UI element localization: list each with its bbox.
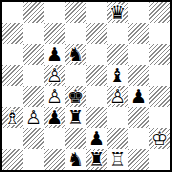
square-a3[interactable]: ♝♗ <box>2 107 23 128</box>
white-rook-f1[interactable]: ♜♖ <box>107 149 128 170</box>
square-h3[interactable] <box>149 107 170 128</box>
square-g1[interactable] <box>128 149 149 170</box>
square-g4[interactable]: ♟ <box>128 86 149 107</box>
square-e5[interactable] <box>86 65 107 86</box>
square-f2[interactable] <box>107 128 128 149</box>
white-bishop-outline-glyph: ♗ <box>2 107 23 128</box>
square-g5[interactable] <box>128 65 149 86</box>
square-a4[interactable] <box>2 86 23 107</box>
square-g3[interactable] <box>128 107 149 128</box>
square-b2[interactable] <box>23 128 44 149</box>
square-c2[interactable] <box>44 128 65 149</box>
square-c3[interactable]: ♟ <box>44 107 65 128</box>
square-d4[interactable]: ♚ <box>65 86 86 107</box>
square-h6[interactable] <box>149 44 170 65</box>
black-bishop-glyph: ♝ <box>107 65 128 86</box>
square-c7[interactable] <box>44 23 65 44</box>
black-rook-e1[interactable]: ♜ <box>86 149 107 170</box>
black-rook-glyph: ♜ <box>65 107 86 128</box>
chess-board-frame: ♛♟♞♟♙♝♟♙♚♟♙♟♝♗♟♙♟♜♟♚♔♞♜♜♖ <box>0 0 172 172</box>
square-f5[interactable]: ♝ <box>107 65 128 86</box>
white-king-outline-glyph: ♔ <box>149 128 170 149</box>
black-knight-d6[interactable]: ♞ <box>65 44 86 65</box>
white-pawn-c5[interactable]: ♟♙ <box>44 65 65 86</box>
square-g7[interactable] <box>128 23 149 44</box>
black-rook-d3[interactable]: ♜ <box>65 107 86 128</box>
square-a1[interactable] <box>2 149 23 170</box>
black-king-d4[interactable]: ♚ <box>65 86 86 107</box>
square-d7[interactable] <box>65 23 86 44</box>
square-e4[interactable] <box>86 86 107 107</box>
white-pawn-b3[interactable]: ♟♙ <box>23 107 44 128</box>
white-bishop-a3[interactable]: ♝♗ <box>2 107 23 128</box>
black-pawn-g4[interactable]: ♟ <box>128 86 149 107</box>
square-b6[interactable] <box>23 44 44 65</box>
square-f7[interactable] <box>107 23 128 44</box>
white-rook-outline-glyph: ♖ <box>107 149 128 170</box>
black-rook-glyph: ♜ <box>86 149 107 170</box>
black-pawn-glyph: ♟ <box>86 128 107 149</box>
square-a6[interactable] <box>2 44 23 65</box>
white-pawn-c4[interactable]: ♟♙ <box>44 86 65 107</box>
square-b1[interactable] <box>23 149 44 170</box>
white-pawn-outline-glyph: ♙ <box>44 65 65 86</box>
chess-board: ♛♟♞♟♙♝♟♙♚♟♙♟♝♗♟♙♟♜♟♚♔♞♜♜♖ <box>2 2 170 170</box>
black-pawn-glyph: ♟ <box>44 107 65 128</box>
square-a2[interactable] <box>2 128 23 149</box>
square-b3[interactable]: ♟♙ <box>23 107 44 128</box>
square-a8[interactable] <box>2 2 23 23</box>
white-pawn-f4[interactable]: ♟♙ <box>107 86 128 107</box>
square-e3[interactable] <box>86 107 107 128</box>
square-d8[interactable] <box>65 2 86 23</box>
square-h1[interactable] <box>149 149 170 170</box>
square-e2[interactable]: ♟ <box>86 128 107 149</box>
square-c6[interactable]: ♟ <box>44 44 65 65</box>
square-h8[interactable] <box>149 2 170 23</box>
square-d1[interactable]: ♞ <box>65 149 86 170</box>
square-d6[interactable]: ♞ <box>65 44 86 65</box>
square-e8[interactable] <box>86 2 107 23</box>
square-e7[interactable] <box>86 23 107 44</box>
black-pawn-e2[interactable]: ♟ <box>86 128 107 149</box>
square-c4[interactable]: ♟♙ <box>44 86 65 107</box>
square-f8[interactable]: ♛ <box>107 2 128 23</box>
square-d2[interactable] <box>65 128 86 149</box>
black-pawn-glyph: ♟ <box>128 86 149 107</box>
square-d5[interactable] <box>65 65 86 86</box>
white-pawn-outline-glyph: ♙ <box>44 86 65 107</box>
square-h5[interactable] <box>149 65 170 86</box>
black-bishop-f5[interactable]: ♝ <box>107 65 128 86</box>
black-pawn-c3[interactable]: ♟ <box>44 107 65 128</box>
square-f4[interactable]: ♟♙ <box>107 86 128 107</box>
square-h7[interactable] <box>149 23 170 44</box>
square-e6[interactable] <box>86 44 107 65</box>
square-f1[interactable]: ♜♖ <box>107 149 128 170</box>
black-pawn-c6[interactable]: ♟ <box>44 44 65 65</box>
white-pawn-outline-glyph: ♙ <box>23 107 44 128</box>
white-king-h2[interactable]: ♚♔ <box>149 128 170 149</box>
black-pawn-glyph: ♟ <box>44 44 65 65</box>
square-d3[interactable]: ♜ <box>65 107 86 128</box>
square-h4[interactable] <box>149 86 170 107</box>
square-g6[interactable] <box>128 44 149 65</box>
black-queen-f8[interactable]: ♛ <box>107 2 128 23</box>
square-c8[interactable] <box>44 2 65 23</box>
black-king-glyph: ♚ <box>65 86 86 107</box>
square-b5[interactable] <box>23 65 44 86</box>
square-c5[interactable]: ♟♙ <box>44 65 65 86</box>
square-g2[interactable] <box>128 128 149 149</box>
black-knight-glyph: ♞ <box>65 44 86 65</box>
black-knight-glyph: ♞ <box>65 149 86 170</box>
square-e1[interactable]: ♜ <box>86 149 107 170</box>
black-queen-glyph: ♛ <box>107 2 128 23</box>
square-c1[interactable] <box>44 149 65 170</box>
square-a7[interactable] <box>2 23 23 44</box>
white-pawn-outline-glyph: ♙ <box>107 86 128 107</box>
square-f6[interactable] <box>107 44 128 65</box>
square-b4[interactable] <box>23 86 44 107</box>
square-g8[interactable] <box>128 2 149 23</box>
square-a5[interactable] <box>2 65 23 86</box>
black-knight-d1[interactable]: ♞ <box>65 149 86 170</box>
square-b8[interactable] <box>23 2 44 23</box>
square-h2[interactable]: ♚♔ <box>149 128 170 149</box>
square-f3[interactable] <box>107 107 128 128</box>
square-b7[interactable] <box>23 23 44 44</box>
